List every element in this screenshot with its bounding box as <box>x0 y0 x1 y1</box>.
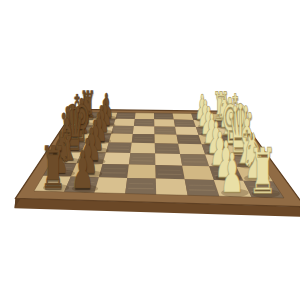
piece-black-pawn: ♟ <box>87 101 116 138</box>
piece-black-pawn: ♟ <box>68 134 106 182</box>
piece-black-pawn: ♟ <box>79 115 112 157</box>
piece-white-king: ♚ <box>208 86 261 154</box>
piece-white-knight: ♞ <box>230 126 279 188</box>
piece-black-pawn: ♟ <box>84 108 115 147</box>
piece-white-pawn: ♟ <box>202 125 239 172</box>
piece-black-queen: ♛ <box>47 97 97 160</box>
piece-black-pawn: ♟ <box>74 124 109 168</box>
piece-black-pawn: ♟ <box>62 145 103 197</box>
piece-black-pawn: ♟ <box>94 90 120 123</box>
piece-white-pawn: ♟ <box>188 91 215 125</box>
piece-white-pawn: ♟ <box>199 116 233 159</box>
piece-black-bishop: ♝ <box>62 92 100 140</box>
piece-black-bishop: ♝ <box>44 112 90 170</box>
piece-white-knight: ♞ <box>208 89 243 134</box>
piece-black-rook: ♜ <box>30 138 76 197</box>
piece-black-knight: ♞ <box>68 89 102 131</box>
piece-black-rook: ♜ <box>74 86 104 124</box>
piece-white-pawn: ♟ <box>210 147 253 201</box>
piece-black-knight: ♞ <box>37 124 83 182</box>
piece-black-king: ♚ <box>52 86 103 150</box>
piece-white-queen: ♛ <box>214 97 267 164</box>
piece-white-pawn: ♟ <box>196 109 228 150</box>
piece-white-rook: ♜ <box>238 140 288 203</box>
chess-pieces: ♜♟♟♜♞♟♟♞♝♟♟♝♚♟♟♚♛♟♟♛♝♟♟♝♞♟♟♞♜♟♟♜ <box>0 0 300 300</box>
chess-set-photo: ♜♟♟♜♞♟♟♞♝♟♟♝♚♟♟♚♛♟♟♛♝♟♟♝♞♟♟♞♜♟♟♜ <box>0 0 300 300</box>
piece-white-rook: ♜ <box>206 87 237 126</box>
piece-white-pawn: ♟ <box>206 135 246 185</box>
piece-white-bishop: ♝ <box>210 92 250 143</box>
piece-white-pawn: ♟ <box>193 102 223 140</box>
piece-black-pawn: ♟ <box>91 95 118 130</box>
piece-white-pawn: ♟ <box>191 96 219 132</box>
piece-white-bishop: ♝ <box>222 113 271 175</box>
